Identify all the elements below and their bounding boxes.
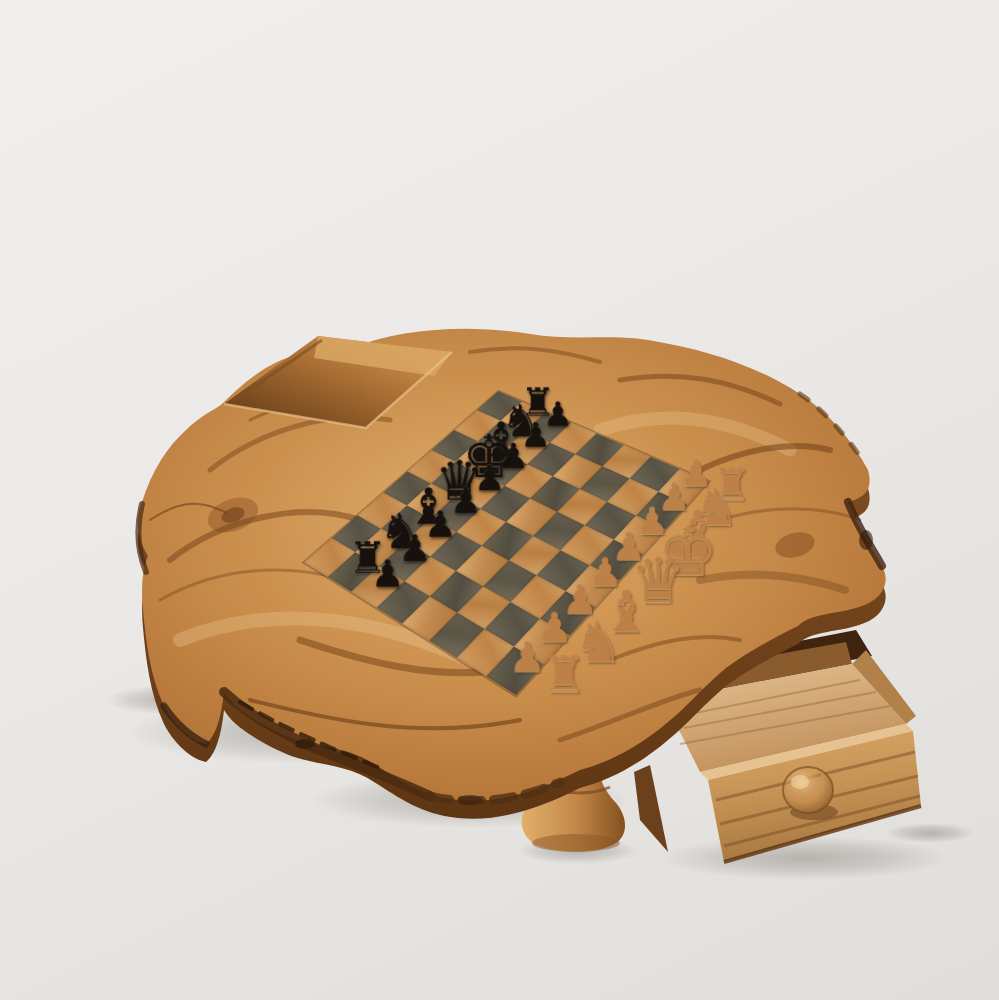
square-e6[interactable] — [455, 474, 504, 509]
square-f5[interactable] — [504, 464, 553, 499]
square-d8[interactable]: ♛ — [383, 471, 431, 505]
square-f3[interactable] — [557, 489, 608, 526]
piece-anchor: ♟ — [522, 411, 544, 431]
square-a8[interactable]: ♜ — [304, 538, 354, 576]
square-h8[interactable]: ♜ — [477, 391, 522, 421]
page-background: ♜♞♝♛♚♝♞♜♟♟♟♟♟♟♟♟♟♟♟♟♟♟♟♟♜♞♝♛♚♝♞♜ — [0, 0, 999, 1000]
square-h7[interactable]: ♟ — [500, 401, 546, 431]
square-g8[interactable]: ♞ — [454, 410, 500, 441]
piece-anchor: ♟ — [453, 473, 477, 495]
square-g5[interactable] — [527, 443, 575, 476]
piece-anchor: ♛ — [404, 482, 429, 504]
piece-anchor: ♝ — [453, 440, 476, 461]
black-rook[interactable]: ♜ — [520, 384, 554, 422]
square-h6[interactable] — [524, 412, 571, 443]
square-g7[interactable]: ♟ — [478, 421, 524, 453]
black-bishop[interactable]: ♝ — [479, 417, 521, 464]
square-h5[interactable] — [549, 422, 596, 454]
square-f7[interactable]: ♟ — [455, 441, 502, 474]
black-pawn[interactable]: ♟ — [474, 461, 505, 496]
square-h4[interactable] — [575, 433, 623, 466]
black-queen[interactable]: ♛ — [434, 454, 483, 509]
black-pawn[interactable]: ♟ — [371, 555, 405, 593]
square-f8[interactable]: ♝ — [431, 430, 477, 462]
square-g3[interactable] — [580, 466, 630, 501]
square-e8[interactable]: ♚ — [408, 450, 455, 483]
black-pawn[interactable]: ♟ — [521, 418, 551, 452]
black-pawn[interactable]: ♟ — [543, 398, 573, 431]
square-f4[interactable] — [530, 476, 580, 512]
square-g4[interactable] — [553, 454, 602, 488]
white-rook[interactable]: ♜ — [542, 650, 586, 699]
square-e5[interactable] — [480, 486, 530, 522]
square-e7[interactable]: ♟ — [431, 462, 479, 496]
square-h3[interactable] — [602, 445, 651, 479]
black-knight[interactable]: ♞ — [501, 398, 541, 443]
square-g6[interactable] — [502, 432, 549, 464]
black-pawn[interactable]: ♟ — [498, 439, 529, 473]
white-pawn[interactable]: ♟ — [509, 637, 546, 678]
chess-board[interactable]: ♜♞♝♛♚♝♞♜♟♟♟♟♟♟♟♟♟♟♟♟♟♟♟♟♜♞♝♛♚♝♞♜ — [302, 390, 712, 698]
piece-anchor: ♚ — [429, 461, 453, 482]
square-f6[interactable] — [479, 452, 527, 486]
board-stage: ♜♞♝♛♚♝♞♜♟♟♟♟♟♟♟♟♟♟♟♟♟♟♟♟♜♞♝♛♚♝♞♜ — [0, 0, 999, 1000]
piece-anchor: ♟ — [477, 451, 500, 472]
piece-anchor: ♜ — [498, 400, 520, 420]
black-king[interactable]: ♚ — [462, 427, 516, 487]
piece-anchor: ♞ — [476, 420, 498, 440]
piece-anchor: ♟ — [500, 431, 522, 452]
